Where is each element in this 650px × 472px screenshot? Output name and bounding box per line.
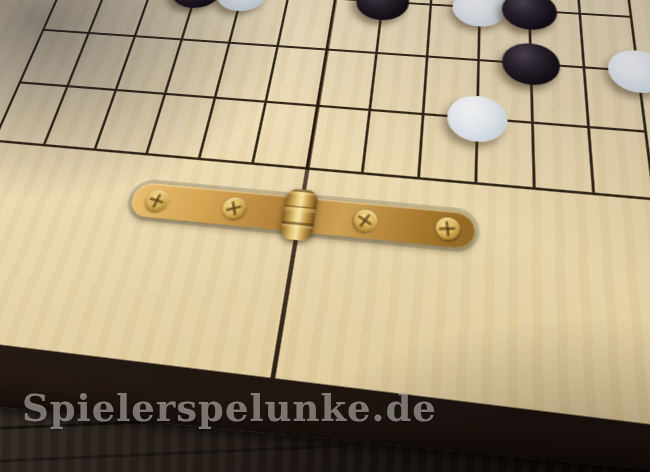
photo-go-board-scene: Spielerspelunke.de — [0, 0, 650, 472]
go-board — [0, 0, 650, 448]
watermark: Spielerspelunke.de — [22, 386, 437, 430]
go-grid-13x13 — [0, 0, 650, 201]
